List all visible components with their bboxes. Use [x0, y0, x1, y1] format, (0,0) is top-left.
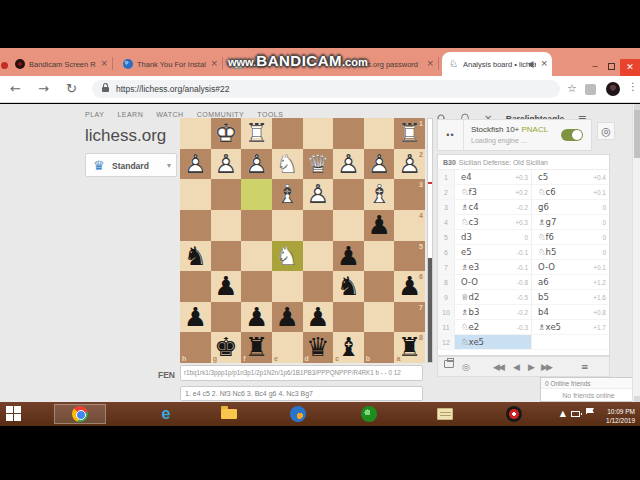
white-move[interactable]: ♘c3+0.3: [455, 215, 532, 229]
clock-time: 10:09 PM: [606, 407, 635, 416]
move-number: 1: [438, 170, 455, 184]
engine-eval-placeholder: ••: [438, 120, 464, 150]
white-piece[interactable]: [180, 149, 211, 180]
move-list: 1e4+0.3c5+0.42♘f3+0.2♘c6+0.13♗c4-0.2g604…: [438, 170, 609, 350]
square-f4[interactable]: [241, 210, 272, 241]
file-label: h: [182, 355, 186, 362]
move-row-1: 1e4+0.3c5+0.4: [438, 170, 609, 185]
white-piece[interactable]: [272, 149, 303, 180]
white-piece[interactable]: [303, 179, 334, 210]
square-a6[interactable]: ♟6: [394, 271, 425, 302]
taskbar-clock[interactable]: 10:09 PM 1/12/2019: [606, 407, 635, 425]
variant-label: Standard: [112, 161, 149, 171]
fen-label: FEN: [158, 370, 175, 380]
square-e4[interactable]: [272, 210, 303, 241]
site-nav: PLAYLEARNWATCHCOMMUNITYTOOLS: [85, 111, 296, 118]
taskbar-edge-icon[interactable]: e: [158, 406, 174, 422]
file-label: f: [243, 355, 245, 362]
move-number: 3: [438, 200, 455, 214]
square-c7[interactable]: [333, 302, 364, 333]
square-e1[interactable]: [272, 118, 303, 149]
browser-toolbar: ← → ↻ https://lichess.org/analysis#22 ☆ …: [0, 76, 640, 103]
browser-menu-icon[interactable]: ⋮: [628, 81, 638, 92]
square-g2[interactable]: [211, 149, 242, 180]
tab-title: Analysis board • lichess.org: [463, 60, 536, 69]
square-h3[interactable]: [180, 179, 211, 210]
engine-name: Stockfish 10+ PNACL: [471, 125, 548, 134]
square-d8[interactable]: ♛d: [303, 332, 334, 363]
square-d1[interactable]: [303, 118, 334, 149]
square-a5[interactable]: 5: [394, 241, 425, 272]
watermark-suffix: .com: [342, 56, 368, 68]
engine-toggle-knob: [572, 130, 582, 140]
engine-toggle[interactable]: [561, 129, 583, 141]
black-move[interactable]: ♘h50: [532, 245, 609, 259]
black-move[interactable]: b5+1.6: [532, 290, 609, 304]
square-a1[interactable]: 1: [394, 118, 425, 149]
first-move-button[interactable]: ◀◀: [493, 360, 503, 374]
white-move[interactable]: e4+0.3: [455, 170, 532, 184]
nav-item-learn[interactable]: LEARN: [117, 111, 143, 118]
nav-item-community[interactable]: COMMUNITY: [197, 111, 245, 118]
nav-item-tools[interactable]: TOOLS: [257, 111, 283, 118]
white-move[interactable]: ♗b3-0.2: [455, 305, 532, 319]
bandicam-favicon: [15, 59, 25, 69]
window-maximize-button[interactable]: [604, 59, 618, 76]
square-e8[interactable]: e: [272, 332, 303, 363]
move-number: 12: [438, 335, 455, 349]
browser-tab-4[interactable]: ♘Analysis board • lichess.org×: [442, 52, 552, 76]
black-piece[interactable]: ♟: [211, 271, 242, 302]
white-piece[interactable]: [364, 149, 395, 180]
square-g5[interactable]: [211, 241, 242, 272]
action-center-icon[interactable]: [586, 408, 594, 414]
white-piece[interactable]: [211, 118, 242, 149]
square-c2[interactable]: [333, 149, 364, 180]
pgn-input[interactable]: 1. e4 c5 2. Nf3 Nc6 3. Bc4 g6 4. Nc3 Bg7: [180, 386, 423, 401]
eval-gauge-black-part: [428, 258, 432, 362]
black-piece[interactable]: ♞: [333, 271, 364, 302]
square-d7[interactable]: ♟: [303, 302, 334, 333]
square-h1[interactable]: [180, 118, 211, 149]
move-number: 5: [438, 230, 455, 244]
taskbar-bandicam-icon[interactable]: [506, 406, 522, 422]
square-f7[interactable]: ♟: [241, 302, 272, 333]
move-row-6: 6e5-0.1♘h50: [438, 245, 609, 260]
square-f3[interactable]: [241, 179, 272, 210]
square-c8[interactable]: ♝c: [333, 332, 364, 363]
black-piece[interactable]: ♟: [303, 302, 334, 333]
square-f2[interactable]: [241, 149, 272, 180]
black-move[interactable]: a6+1.2: [532, 275, 609, 289]
square-h4[interactable]: [180, 210, 211, 241]
square-b4[interactable]: ♟: [364, 210, 395, 241]
square-h7[interactable]: ♟: [180, 302, 211, 333]
eval-gauge: [427, 118, 433, 363]
square-e3[interactable]: [272, 179, 303, 210]
friends-header[interactable]: 0 Online friends: [541, 378, 636, 389]
square-d2[interactable]: [303, 149, 334, 180]
profile-avatar[interactable]: [606, 82, 620, 96]
previous-move-button[interactable]: ◀: [513, 360, 520, 374]
white-piece[interactable]: [241, 118, 272, 149]
file-label: a: [396, 355, 400, 362]
taskbar-chrome-icon[interactable]: [72, 406, 88, 422]
engine-status: Loading engine ...: [471, 137, 527, 144]
move-row-10: 10♗b3-0.2b4+0.8: [438, 305, 609, 320]
white-piece[interactable]: [303, 149, 334, 180]
white-move[interactable]: O-O-0.8: [455, 275, 532, 289]
engine-flavor: PNACL: [521, 125, 548, 134]
square-b5[interactable]: [364, 241, 395, 272]
white-move[interactable]: ♕d2-0.5: [455, 290, 532, 304]
black-piece[interactable]: ♟: [241, 302, 272, 333]
square-e7[interactable]: ♟: [272, 302, 303, 333]
square-f1[interactable]: [241, 118, 272, 149]
chevron-down-icon: ▾: [167, 161, 171, 170]
square-c5[interactable]: ♟: [333, 241, 364, 272]
move-row-7: 7♗e3-0.1O-O+0.1: [438, 260, 609, 275]
move-number: 2: [438, 185, 455, 199]
black-move[interactable]: g60: [532, 200, 609, 214]
white-piece[interactable]: [241, 149, 272, 180]
lichess-knight-favicon: ♘: [449, 59, 459, 69]
square-c3[interactable]: [333, 179, 364, 210]
square-b1[interactable]: [364, 118, 395, 149]
print-icon[interactable]: [444, 360, 454, 368]
file-label: b: [366, 355, 370, 362]
rank-label: 3: [419, 181, 423, 188]
nav-item-play[interactable]: PLAY: [85, 111, 104, 118]
move-number: 11: [438, 320, 455, 334]
square-f8[interactable]: ♜f: [241, 332, 272, 363]
black-piece[interactable]: ♞: [180, 241, 211, 272]
battery-icon[interactable]: [571, 411, 580, 417]
move-row-4: 4♘c3+0.3♗g70: [438, 215, 609, 230]
white-move[interactable]: ♘xe5: [455, 335, 532, 349]
engine-panel: •• Stockfish 10+ PNACL Loading engine ..…: [437, 119, 592, 151]
tab-close-icon[interactable]: ×: [210, 58, 218, 68]
rank-label: 1: [419, 120, 423, 127]
move-row-11: 11♘e2-0.3♗xe5+1.7: [438, 320, 609, 335]
white-move[interactable]: ♗c4-0.2: [455, 200, 532, 214]
windows-logo-icon: [6, 406, 22, 421]
square-c4[interactable]: [333, 210, 364, 241]
square-h6[interactable]: [180, 271, 211, 302]
watermark-prefix: www.: [228, 56, 256, 68]
tab-separator: [438, 57, 439, 70]
square-e5[interactable]: [272, 241, 303, 272]
square-d3[interactable]: [303, 179, 334, 210]
taskbar-xbox-icon[interactable]: [361, 406, 377, 422]
square-a7[interactable]: 7: [394, 302, 425, 333]
rank-label: 5: [419, 243, 423, 250]
friends-empty-text: No friends online: [541, 389, 636, 402]
move-number: 10: [438, 305, 455, 319]
square-a2[interactable]: 2: [394, 149, 425, 180]
square-g4[interactable]: [211, 210, 242, 241]
black-piece[interactable]: ♟: [180, 302, 211, 333]
bookmark-star-icon[interactable]: ☆: [567, 82, 577, 95]
white-move[interactable]: e5-0.1: [455, 245, 532, 259]
fen-input[interactable]: r1bq1rk1/3ppp1p/p1n3p1/2p1N2n/1p6/1B1PB3…: [180, 365, 423, 381]
white-move[interactable]: d30: [455, 230, 532, 244]
move-row-5: 5d30♘f60: [438, 230, 609, 245]
friends-box: 0 Online friends No friends online: [540, 377, 637, 402]
white-piece[interactable]: [333, 149, 364, 180]
square-b8[interactable]: b: [364, 332, 395, 363]
last-move-button[interactable]: ▶▶: [541, 360, 551, 374]
black-move[interactable]: ♗xe5+1.7: [532, 320, 609, 334]
square-f5[interactable]: [241, 241, 272, 272]
taskbar-file-explorer-icon[interactable]: [221, 409, 237, 419]
square-a3[interactable]: 3: [394, 179, 425, 210]
rank-label: 6: [419, 273, 423, 280]
file-label: g: [213, 355, 217, 362]
file-label: c: [335, 355, 339, 362]
rank-label: 2: [419, 151, 423, 158]
crown-icon: ♛: [93, 158, 105, 173]
refresh-button[interactable]: ↻: [66, 81, 77, 97]
move-number: 7: [438, 260, 455, 274]
square-a4[interactable]: 4: [394, 210, 425, 241]
variant-selector[interactable]: ♛ Standard ▾: [85, 153, 177, 177]
tab-title: Bandicam Screen Recorder Dow: [29, 60, 96, 69]
square-c1[interactable]: [333, 118, 364, 149]
taskbar-movavi-icon[interactable]: [290, 406, 306, 422]
square-h8[interactable]: h: [180, 332, 211, 363]
analysis-controls: ◎ ◀◀ ◀ ▶ ▶▶ ≡: [437, 356, 610, 377]
white-move[interactable]: ♗e3-0.1: [455, 260, 532, 274]
square-a8[interactable]: ♜a8: [394, 332, 425, 363]
move-row-8: 8O-O-0.8a6+1.2: [438, 275, 609, 290]
file-label: d: [305, 355, 309, 362]
black-move[interactable]: ♘c6+0.1: [532, 185, 609, 199]
lock-icon: [102, 87, 109, 92]
white-piece[interactable]: [272, 179, 303, 210]
square-g3[interactable]: [211, 179, 242, 210]
black-move[interactable]: [532, 335, 609, 349]
lichess-logo[interactable]: lichess.org: [85, 126, 166, 146]
move-number: 8: [438, 275, 455, 289]
square-h5[interactable]: ♞: [180, 241, 211, 272]
analysis-settings-button[interactable]: ◎: [597, 122, 615, 140]
square-c6[interactable]: ♞: [333, 271, 364, 302]
analysis-panel: B30Sicilian Defense: Old Sicilian 1e4+0.…: [437, 154, 610, 356]
black-piece[interactable]: ♟: [364, 210, 395, 241]
back-button[interactable]: ←: [10, 81, 21, 97]
opening-name: B30Sicilian Defense: Old Sicilian: [438, 155, 609, 170]
black-move[interactable]: O-O+0.1: [532, 260, 609, 274]
engine-name-text: Stockfish 10+: [471, 125, 519, 134]
extension-icon[interactable]: [585, 84, 596, 95]
white-piece[interactable]: [272, 241, 303, 272]
square-d5[interactable]: [303, 241, 334, 272]
watermark-brand: BANDICAM: [256, 52, 342, 69]
nav-item-watch[interactable]: WATCH: [156, 111, 183, 118]
chess-board[interactable]: 123♟4♞♟5♟♞♟6♟♟♟♟7h♚g♜fe♛d♝cb♜a8: [180, 118, 425, 363]
move-number: 9: [438, 290, 455, 304]
move-number: 4: [438, 215, 455, 229]
tab-separator: [222, 57, 223, 70]
square-b2[interactable]: [364, 149, 395, 180]
square-b3[interactable]: [364, 179, 395, 210]
square-g1[interactable]: [211, 118, 242, 149]
tray-caret-icon[interactable]: ▲: [560, 409, 566, 418]
square-f6[interactable]: [241, 271, 272, 302]
recording-dot-icon: [1, 62, 8, 69]
opening-eco: B30: [443, 159, 456, 166]
black-piece[interactable]: ♟: [272, 302, 303, 333]
page-scrollbar[interactable]: [632, 104, 640, 402]
tab-separator: [112, 57, 113, 70]
lichess-page: PLAYLEARNWATCHCOMMUNITYTOOLS ✕ Rarelight…: [0, 104, 640, 402]
white-move[interactable]: ♘e2-0.3: [455, 320, 532, 334]
movavi-favicon: [123, 59, 133, 69]
screenshot-root: Bandicam Screen Recorder Dow×Thank You F…: [0, 0, 640, 480]
move-row-2: 2♘f3+0.2♘c6+0.1: [438, 185, 609, 200]
white-piece[interactable]: [211, 149, 242, 180]
move-number: 6: [438, 245, 455, 259]
tab-close-icon[interactable]: ×: [540, 58, 548, 68]
windows-taskbar: e ▲ 10:09 PM 1/12/2019: [0, 402, 640, 426]
tab-title: Thank You For Installing | Movi: [137, 60, 206, 69]
square-d4[interactable]: [303, 210, 334, 241]
square-g6[interactable]: ♟: [211, 271, 242, 302]
square-e2[interactable]: [272, 149, 303, 180]
window-close-button[interactable]: ✕: [620, 59, 640, 76]
tab-close-icon[interactable]: ×: [100, 58, 108, 68]
square-e6[interactable]: [272, 271, 303, 302]
scrollbar-thumb[interactable]: [634, 110, 640, 158]
square-b6[interactable]: [364, 271, 395, 302]
black-move[interactable]: c5+0.4: [532, 170, 609, 184]
controls-menu-icon[interactable]: ≡: [581, 360, 589, 374]
browser-tab-2[interactable]: Thank You For Installing | Movi×: [116, 52, 222, 76]
browser-tab-1[interactable]: Bandicam Screen Recorder Dow×: [8, 52, 112, 76]
rank-label: 7: [419, 304, 423, 311]
gear-icon[interactable]: ◎: [462, 360, 470, 374]
black-move[interactable]: ♗g70: [532, 215, 609, 229]
tab-audio-icon[interactable]: [528, 60, 537, 69]
square-h2[interactable]: [180, 149, 211, 180]
move-row-9: 9♕d2-0.5b5+1.6: [438, 290, 609, 305]
square-d6[interactable]: [303, 271, 334, 302]
rank-label: 4: [419, 212, 423, 219]
square-g7[interactable]: [211, 302, 242, 333]
forward-button[interactable]: →: [38, 81, 49, 97]
move-row-12: 12♘xe5: [438, 335, 609, 350]
opening-title: Sicilian Defense: Old Sicilian: [459, 159, 548, 166]
address-bar[interactable]: https://lichess.org/analysis#22: [92, 80, 560, 98]
tab-close-icon[interactable]: ×: [426, 58, 434, 68]
url-text[interactable]: https://lichess.org/analysis#22: [116, 84, 229, 94]
black-move[interactable]: b4+0.8: [532, 305, 609, 319]
taskbar-documents-icon[interactable]: [437, 408, 453, 420]
rank-label: 8: [419, 334, 423, 341]
next-move-button[interactable]: ▶: [528, 360, 535, 374]
black-move[interactable]: ♘f60: [532, 230, 609, 244]
white-piece[interactable]: [364, 179, 395, 210]
white-move[interactable]: ♘f3+0.2: [455, 185, 532, 199]
black-piece[interactable]: ♟: [333, 241, 364, 272]
eval-gauge-tick: [428, 182, 432, 184]
bandicam-watermark: www.BANDICAM.com: [228, 52, 368, 70]
start-button[interactable]: [6, 406, 22, 422]
square-b7[interactable]: [364, 302, 395, 333]
square-g8[interactable]: ♚g: [211, 332, 242, 363]
move-row-3: 3♗c4-0.2g60: [438, 200, 609, 215]
clock-date: 1/12/2019: [606, 416, 635, 425]
file-label: e: [274, 355, 278, 362]
window-minimize-button[interactable]: –: [588, 59, 602, 76]
